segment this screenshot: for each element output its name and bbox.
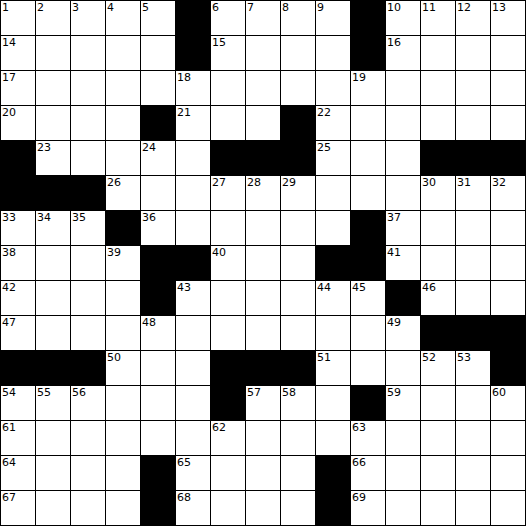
white-cell[interactable] [71,36,105,70]
white-cell[interactable]: 11 [421,1,455,35]
black-cell [176,1,210,35]
white-cell[interactable] [421,456,455,490]
black-cell [211,141,245,175]
white-cell[interactable]: 28 [246,176,280,210]
white-cell[interactable]: 38 [1,246,35,280]
clue-number: 28 [247,176,261,189]
white-cell[interactable] [281,281,315,315]
white-cell[interactable] [211,106,245,140]
white-cell[interactable] [141,351,175,385]
white-cell[interactable]: 19 [351,71,385,105]
white-cell[interactable]: 55 [36,386,70,420]
white-cell[interactable] [36,456,70,490]
white-cell[interactable] [421,246,455,280]
white-cell[interactable] [456,106,490,140]
white-cell[interactable]: 21 [176,106,210,140]
white-cell[interactable] [281,316,315,350]
black-cell [351,246,385,280]
white-cell[interactable] [106,421,140,455]
white-cell[interactable]: 68 [176,491,210,525]
clue-number: 47 [2,316,16,329]
white-cell[interactable]: 57 [246,386,280,420]
clue-number: 30 [422,176,436,189]
white-cell[interactable] [281,491,315,525]
clue-number: 27 [212,176,226,189]
white-cell[interactable]: 62 [211,421,245,455]
white-cell[interactable] [176,176,210,210]
white-cell[interactable] [386,351,420,385]
white-cell[interactable] [141,36,175,70]
white-cell[interactable]: 39 [106,246,140,280]
clue-number: 55 [37,386,51,399]
clue-number: 12 [457,1,471,14]
clue-number: 46 [422,281,436,294]
white-cell[interactable] [386,491,420,525]
white-cell[interactable] [246,36,280,70]
white-cell[interactable] [246,421,280,455]
white-cell[interactable]: 61 [1,421,35,455]
white-cell[interactable]: 20 [1,106,35,140]
black-cell [316,246,350,280]
white-cell[interactable]: 22 [316,106,350,140]
clue-number: 18 [177,71,191,84]
white-cell[interactable]: 23 [36,141,70,175]
white-cell[interactable] [491,281,525,315]
black-cell [491,141,525,175]
white-cell[interactable] [456,281,490,315]
black-cell [176,36,210,70]
white-cell[interactable]: 66 [351,456,385,490]
white-cell[interactable] [386,176,420,210]
white-cell[interactable]: 24 [141,141,175,175]
clue-number: 41 [387,246,401,259]
clue-number: 39 [107,246,121,259]
white-cell[interactable] [491,456,525,490]
white-cell[interactable]: 6 [211,1,245,35]
clue-number: 68 [177,491,191,504]
white-cell[interactable] [36,421,70,455]
white-cell[interactable] [316,211,350,245]
black-cell [1,351,35,385]
white-cell[interactable]: 67 [1,491,35,525]
clue-number: 61 [2,421,16,434]
clue-number: 48 [142,316,156,329]
white-cell[interactable]: 9 [316,1,350,35]
white-cell[interactable]: 3 [71,1,105,35]
black-cell [106,211,140,245]
white-cell[interactable]: 13 [491,1,525,35]
black-cell [211,386,245,420]
clue-number: 10 [387,1,401,14]
white-cell[interactable] [106,386,140,420]
clue-number: 60 [492,386,506,399]
clue-number: 49 [387,316,401,329]
white-cell[interactable] [246,456,280,490]
white-cell[interactable]: 7 [246,1,280,35]
white-cell[interactable] [211,281,245,315]
white-cell[interactable] [36,36,70,70]
white-cell[interactable]: 16 [386,36,420,70]
white-cell[interactable]: 42 [1,281,35,315]
white-cell[interactable] [176,386,210,420]
clue-number: 4 [107,1,114,14]
clue-number: 53 [457,351,471,364]
white-cell[interactable] [106,106,140,140]
white-cell[interactable]: 36 [141,211,175,245]
clue-number: 9 [317,1,324,14]
black-cell [351,386,385,420]
white-cell[interactable] [281,421,315,455]
clue-number: 24 [142,141,156,154]
white-cell[interactable] [316,71,350,105]
white-cell[interactable]: 29 [281,176,315,210]
black-cell [36,351,70,385]
clue-number: 38 [2,246,16,259]
white-cell[interactable]: 27 [211,176,245,210]
clue-number: 42 [2,281,16,294]
black-cell [71,351,105,385]
clue-number: 23 [37,141,51,154]
white-cell[interactable] [316,176,350,210]
white-cell[interactable]: 25 [316,141,350,175]
white-cell[interactable]: 43 [176,281,210,315]
white-cell[interactable] [281,71,315,105]
white-cell[interactable] [351,106,385,140]
clue-number: 17 [2,71,16,84]
white-cell[interactable] [491,491,525,525]
white-cell[interactable] [421,211,455,245]
white-cell[interactable] [351,351,385,385]
white-cell[interactable] [386,71,420,105]
white-cell[interactable] [106,316,140,350]
white-cell[interactable] [71,106,105,140]
white-cell[interactable]: 35 [71,211,105,245]
white-cell[interactable] [141,421,175,455]
white-cell[interactable]: 8 [281,1,315,35]
white-cell[interactable] [491,211,525,245]
black-cell [1,176,35,210]
white-cell[interactable]: 15 [211,36,245,70]
white-cell[interactable] [456,386,490,420]
white-cell[interactable]: 4 [106,1,140,35]
white-cell[interactable] [71,141,105,175]
white-cell[interactable] [176,316,210,350]
white-cell[interactable] [246,246,280,280]
clue-number: 45 [352,281,366,294]
white-cell[interactable] [421,421,455,455]
white-cell[interactable] [106,456,140,490]
white-cell[interactable] [246,281,280,315]
white-cell[interactable] [71,491,105,525]
white-cell[interactable]: 54 [1,386,35,420]
clue-number: 7 [247,1,254,14]
black-cell [421,141,455,175]
clue-number: 65 [177,456,191,469]
white-cell[interactable] [211,491,245,525]
white-cell[interactable] [246,491,280,525]
white-cell[interactable]: 56 [71,386,105,420]
clue-number: 58 [282,386,296,399]
white-cell[interactable] [351,176,385,210]
clue-number: 6 [212,1,219,14]
white-cell[interactable] [36,316,70,350]
white-cell[interactable]: 53 [456,351,490,385]
white-cell[interactable] [421,106,455,140]
white-cell[interactable]: 50 [106,351,140,385]
black-cell [386,281,420,315]
clue-number: 8 [282,1,289,14]
black-cell [141,491,175,525]
clue-number: 14 [2,36,16,49]
clue-number: 44 [317,281,331,294]
white-cell[interactable]: 41 [386,246,420,280]
clue-number: 57 [247,386,261,399]
white-cell[interactable] [351,316,385,350]
white-cell[interactable]: 5 [141,1,175,35]
black-cell [246,141,280,175]
clue-number: 62 [212,421,226,434]
white-cell[interactable]: 40 [211,246,245,280]
clue-number: 13 [492,1,506,14]
white-cell[interactable]: 59 [386,386,420,420]
white-cell[interactable] [386,106,420,140]
white-cell[interactable]: 60 [491,386,525,420]
clue-number: 2 [37,1,44,14]
white-cell[interactable] [456,36,490,70]
white-cell[interactable] [211,316,245,350]
white-cell[interactable] [211,211,245,245]
black-cell [141,281,175,315]
clue-number: 59 [387,386,401,399]
white-cell[interactable] [71,281,105,315]
white-cell[interactable] [71,456,105,490]
white-cell[interactable]: 49 [386,316,420,350]
black-cell [316,491,350,525]
white-cell[interactable] [456,421,490,455]
white-cell[interactable] [316,36,350,70]
white-cell[interactable] [456,246,490,280]
white-cell[interactable] [351,141,385,175]
white-cell[interactable] [316,386,350,420]
white-cell[interactable] [246,106,280,140]
white-cell[interactable] [106,71,140,105]
white-cell[interactable] [176,421,210,455]
white-cell[interactable] [106,141,140,175]
white-cell[interactable] [246,71,280,105]
clue-number: 15 [212,36,226,49]
clue-number: 11 [422,1,436,14]
clue-number: 66 [352,456,366,469]
white-cell[interactable] [141,71,175,105]
white-cell[interactable] [176,141,210,175]
clue-number: 43 [177,281,191,294]
black-cell [281,106,315,140]
white-cell[interactable] [281,246,315,280]
black-cell [351,211,385,245]
white-cell[interactable] [71,316,105,350]
clue-number: 19 [352,71,366,84]
black-cell [211,351,245,385]
white-cell[interactable] [71,421,105,455]
clue-number: 64 [2,456,16,469]
clue-number: 69 [352,491,366,504]
white-cell[interactable]: 2 [36,1,70,35]
white-cell[interactable] [421,71,455,105]
white-cell[interactable] [456,491,490,525]
white-cell[interactable]: 64 [1,456,35,490]
white-cell[interactable] [246,211,280,245]
white-cell[interactable] [456,456,490,490]
white-cell[interactable]: 17 [1,71,35,105]
white-cell[interactable] [421,386,455,420]
white-cell[interactable]: 46 [421,281,455,315]
white-cell[interactable] [141,176,175,210]
white-cell[interactable]: 45 [351,281,385,315]
clue-number: 37 [387,211,401,224]
white-cell[interactable]: 12 [456,1,490,35]
white-cell[interactable] [36,491,70,525]
white-cell[interactable]: 47 [1,316,35,350]
white-cell[interactable] [281,211,315,245]
black-cell [1,141,35,175]
white-cell[interactable]: 34 [36,211,70,245]
black-cell [141,106,175,140]
clue-number: 52 [422,351,436,364]
white-cell[interactable] [36,246,70,280]
white-cell[interactable] [456,71,490,105]
black-cell [141,246,175,280]
white-cell[interactable] [491,246,525,280]
white-cell[interactable] [211,456,245,490]
clue-number: 54 [2,386,16,399]
clue-number: 26 [107,176,121,189]
clue-number: 22 [317,106,331,119]
clue-number: 63 [352,421,366,434]
clue-number: 35 [72,211,86,224]
black-cell [351,1,385,35]
white-cell[interactable]: 33 [1,211,35,245]
clue-number: 40 [212,246,226,259]
white-cell[interactable]: 31 [456,176,490,210]
white-cell[interactable]: 63 [351,421,385,455]
white-cell[interactable] [456,211,490,245]
white-cell[interactable] [281,456,315,490]
white-cell[interactable]: 58 [281,386,315,420]
black-cell [316,456,350,490]
clue-number: 20 [2,106,16,119]
white-cell[interactable]: 32 [491,176,525,210]
crossword-board: 1234567891011121314151617181920212223242… [0,0,526,526]
white-cell[interactable] [386,456,420,490]
clue-number: 3 [72,1,79,14]
white-cell[interactable]: 51 [316,351,350,385]
white-cell[interactable] [491,421,525,455]
white-cell[interactable]: 65 [176,456,210,490]
clue-number: 50 [107,351,121,364]
white-cell[interactable] [71,246,105,280]
clue-number: 33 [2,211,16,224]
black-cell [491,351,525,385]
white-cell[interactable] [491,36,525,70]
white-cell[interactable] [176,351,210,385]
clue-number: 16 [387,36,401,49]
white-cell[interactable] [106,36,140,70]
black-cell [281,141,315,175]
black-cell [71,176,105,210]
white-cell[interactable]: 14 [1,36,35,70]
white-cell[interactable] [316,316,350,350]
white-cell[interactable] [211,71,245,105]
white-cell[interactable] [246,316,280,350]
clue-number: 31 [457,176,471,189]
black-cell [456,316,490,350]
white-cell[interactable] [491,71,525,105]
white-cell[interactable]: 10 [386,1,420,35]
white-cell[interactable]: 1 [1,1,35,35]
clue-number: 34 [37,211,51,224]
black-cell [281,351,315,385]
white-cell[interactable] [281,36,315,70]
black-cell [491,316,525,350]
white-cell[interactable] [421,491,455,525]
clue-number: 25 [317,141,331,154]
clue-number: 1 [2,1,9,14]
black-cell [176,246,210,280]
white-cell[interactable]: 69 [351,491,385,525]
white-cell[interactable] [316,421,350,455]
white-cell[interactable] [386,141,420,175]
clue-number: 29 [282,176,296,189]
white-cell[interactable]: 52 [421,351,455,385]
clue-number: 51 [317,351,331,364]
black-cell [351,36,385,70]
clue-number: 21 [177,106,191,119]
white-cell[interactable]: 37 [386,211,420,245]
white-cell[interactable] [36,106,70,140]
black-cell [421,316,455,350]
white-cell[interactable] [106,491,140,525]
clue-number: 67 [2,491,16,504]
white-cell[interactable] [491,106,525,140]
white-cell[interactable] [106,281,140,315]
white-cell[interactable] [386,421,420,455]
black-cell [36,176,70,210]
white-cell[interactable]: 18 [176,71,210,105]
clue-number: 36 [142,211,156,224]
clue-number: 32 [492,176,506,189]
clue-number: 5 [142,1,149,14]
white-cell[interactable] [71,71,105,105]
white-cell[interactable] [141,386,175,420]
white-cell[interactable] [36,281,70,315]
white-cell[interactable]: 48 [141,316,175,350]
clue-number: 56 [72,386,86,399]
black-cell [141,456,175,490]
black-cell [246,351,280,385]
white-cell[interactable] [176,211,210,245]
white-cell[interactable]: 26 [106,176,140,210]
white-cell[interactable]: 44 [316,281,350,315]
white-cell[interactable]: 30 [421,176,455,210]
white-cell[interactable] [36,71,70,105]
white-cell[interactable] [421,36,455,70]
black-cell [456,141,490,175]
